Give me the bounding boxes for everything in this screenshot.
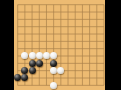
intersection[interactable] [79,67,86,74]
intersection[interactable] [72,8,79,15]
intersection[interactable] [28,23,35,30]
intersection[interactable] [21,30,28,37]
intersection[interactable] [93,60,100,67]
intersection[interactable] [79,82,86,89]
black-stone [21,74,28,81]
intersection[interactable] [57,52,64,59]
intersection[interactable] [86,16,93,23]
intersection[interactable] [43,74,50,81]
intersection[interactable] [57,60,64,67]
intersection[interactable] [57,16,64,23]
intersection[interactable] [57,1,64,8]
intersection[interactable] [64,16,71,23]
pillarbox-bar-right [105,0,121,90]
intersection[interactable] [86,38,93,45]
intersection[interactable] [43,30,50,37]
intersection[interactable] [43,60,50,67]
intersection[interactable] [50,23,57,30]
intersection[interactable] [28,8,35,15]
intersection[interactable] [72,16,79,23]
intersection[interactable] [21,74,28,81]
intersection[interactable] [79,74,86,81]
intersection[interactable] [36,82,43,89]
intersection[interactable] [57,82,64,89]
intersection[interactable] [28,1,35,8]
intersection[interactable] [79,16,86,23]
intersection[interactable] [36,1,43,8]
intersection[interactable] [79,52,86,59]
intersection[interactable] [36,74,43,81]
intersection[interactable] [14,60,21,67]
intersection[interactable] [14,74,21,81]
intersection[interactable] [57,23,64,30]
intersection[interactable] [28,52,35,59]
intersection[interactable] [36,8,43,15]
intersection[interactable] [64,45,71,52]
intersection[interactable] [79,1,86,8]
intersection[interactable] [28,60,35,67]
intersection[interactable] [64,67,71,74]
intersection[interactable] [21,8,28,15]
intersection[interactable] [64,82,71,89]
intersection[interactable] [14,45,21,52]
intersection[interactable] [50,38,57,45]
white-stone [50,52,57,59]
intersection[interactable] [72,23,79,30]
intersection[interactable] [93,38,100,45]
black-stone [21,67,28,74]
white-stone [29,52,36,59]
intersection[interactable] [72,52,79,59]
intersection[interactable] [93,82,100,89]
intersection[interactable] [43,23,50,30]
intersection[interactable] [21,38,28,45]
black-stone [29,67,36,74]
intersection[interactable] [72,67,79,74]
intersection[interactable] [43,45,50,52]
intersection[interactable] [93,52,100,59]
intersection[interactable] [86,52,93,59]
intersection[interactable] [86,8,93,15]
intersection[interactable] [36,60,43,67]
intersection[interactable] [86,74,93,81]
intersection[interactable] [86,82,93,89]
go-board[interactable] [14,0,105,90]
intersection[interactable] [79,60,86,67]
white-stone [57,67,64,74]
intersection[interactable] [72,74,79,81]
intersection[interactable] [64,74,71,81]
intersection[interactable] [50,52,57,59]
intersection[interactable] [28,38,35,45]
video-frame [0,0,120,90]
intersection[interactable] [72,38,79,45]
intersection[interactable] [50,74,57,81]
intersection[interactable] [72,30,79,37]
intersection[interactable] [50,16,57,23]
intersection[interactable] [28,45,35,52]
white-stone [50,82,57,89]
intersection[interactable] [36,38,43,45]
intersection[interactable] [57,45,64,52]
intersection[interactable] [43,8,50,15]
intersection[interactable] [72,1,79,8]
intersection[interactable] [93,23,100,30]
board-grid [14,1,104,89]
intersection[interactable] [57,38,64,45]
intersection[interactable] [14,16,21,23]
intersection[interactable] [50,82,57,89]
intersection[interactable] [86,30,93,37]
intersection[interactable] [79,23,86,30]
intersection[interactable] [57,30,64,37]
intersection[interactable] [36,45,43,52]
intersection[interactable] [21,1,28,8]
intersection[interactable] [28,30,35,37]
intersection[interactable] [86,60,93,67]
intersection[interactable] [64,8,71,15]
intersection[interactable] [43,67,50,74]
intersection[interactable] [21,45,28,52]
intersection[interactable] [21,52,28,59]
intersection[interactable] [57,8,64,15]
intersection[interactable] [28,67,35,74]
intersection[interactable] [14,67,21,74]
intersection[interactable] [50,1,57,8]
black-stone [36,60,43,67]
intersection[interactable] [28,16,35,23]
intersection[interactable] [93,45,100,52]
intersection[interactable] [36,30,43,37]
intersection[interactable] [14,38,21,45]
intersection[interactable] [28,74,35,81]
intersection[interactable] [86,23,93,30]
intersection[interactable] [93,16,100,23]
intersection[interactable] [64,60,71,67]
intersection[interactable] [50,67,57,74]
black-stone [14,74,21,81]
intersection[interactable] [79,8,86,15]
intersection[interactable] [50,45,57,52]
intersection[interactable] [21,82,28,89]
intersection[interactable] [43,16,50,23]
intersection[interactable] [14,1,21,8]
intersection[interactable] [43,52,50,59]
intersection[interactable] [64,38,71,45]
intersection[interactable] [64,1,71,8]
intersection[interactable] [14,82,21,89]
intersection[interactable] [64,30,71,37]
intersection[interactable] [43,38,50,45]
intersection[interactable] [21,16,28,23]
intersection[interactable] [21,23,28,30]
intersection[interactable] [50,60,57,67]
intersection[interactable] [50,8,57,15]
white-stone [21,52,28,59]
intersection[interactable] [93,67,100,74]
intersection[interactable] [14,8,21,15]
intersection[interactable] [43,82,50,89]
intersection[interactable] [43,1,50,8]
white-stone [50,67,57,74]
intersection[interactable] [14,30,21,37]
intersection[interactable] [93,30,100,37]
intersection[interactable] [28,82,35,89]
intersection[interactable] [79,45,86,52]
intersection[interactable] [86,1,93,8]
intersection[interactable] [57,74,64,81]
intersection[interactable] [72,60,79,67]
intersection[interactable] [36,67,43,74]
intersection[interactable] [21,67,28,74]
intersection[interactable] [14,23,21,30]
intersection[interactable] [36,23,43,30]
intersection[interactable] [79,38,86,45]
intersection[interactable] [64,52,71,59]
intersection[interactable] [14,52,21,59]
black-stone [29,60,36,67]
intersection[interactable] [79,30,86,37]
intersection[interactable] [57,67,64,74]
intersection[interactable] [86,67,93,74]
white-stone [43,52,50,59]
black-stone [50,60,57,67]
pillarbox-bar-left [0,0,14,90]
intersection[interactable] [93,74,100,81]
intersection[interactable] [36,16,43,23]
intersection[interactable] [64,23,71,30]
intersection[interactable] [93,1,100,8]
intersection[interactable] [93,8,100,15]
intersection[interactable] [36,52,43,59]
intersection[interactable] [72,82,79,89]
intersection[interactable] [86,45,93,52]
intersection[interactable] [72,45,79,52]
intersection[interactable] [21,60,28,67]
intersection[interactable] [50,30,57,37]
white-stone [36,52,43,59]
